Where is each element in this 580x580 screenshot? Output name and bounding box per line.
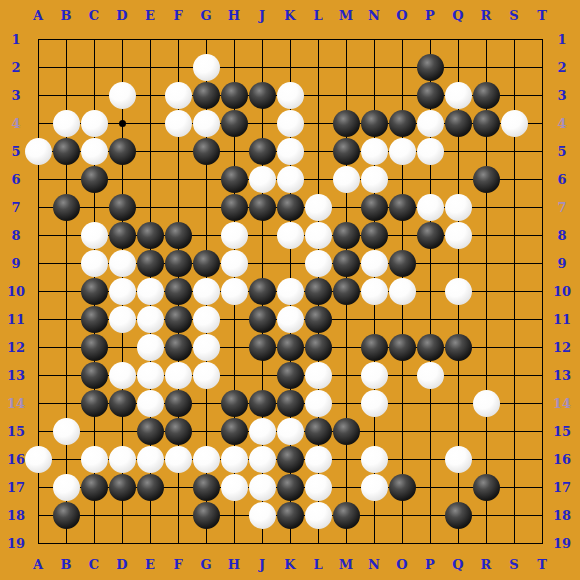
col-label-top-D: D: [116, 8, 127, 23]
stone-black-K12: [277, 334, 304, 361]
stone-black-P3: [417, 82, 444, 109]
stone-white-P13: [417, 362, 444, 389]
stone-white-N14: [361, 390, 388, 417]
row-label-right-18: 18: [553, 508, 571, 523]
col-label-top-Q: Q: [452, 8, 463, 23]
stone-black-B18: [53, 502, 80, 529]
stone-white-L7: [305, 194, 332, 221]
go-board-screenshot: AABBCCDDEEFFGGHHJJKKLLMMNNOOPPQQRRSSTT11…: [0, 0, 580, 580]
stone-black-O17: [389, 474, 416, 501]
stone-black-B7: [53, 194, 80, 221]
col-label-top-F: F: [173, 8, 182, 23]
stone-black-K13: [277, 362, 304, 389]
stone-white-J18: [249, 502, 276, 529]
stone-white-E16: [137, 446, 164, 473]
row-label-right-1: 1: [557, 32, 566, 47]
row-label-right-9: 9: [557, 256, 566, 271]
stone-black-C14: [81, 390, 108, 417]
stone-black-M18: [333, 502, 360, 529]
row-label-left-12: 12: [7, 340, 25, 355]
stone-white-L14: [305, 390, 332, 417]
stone-black-R6: [473, 166, 500, 193]
stone-white-F4: [165, 110, 192, 137]
stone-white-G13: [193, 362, 220, 389]
col-label-top-O: O: [396, 8, 407, 23]
stone-white-Q3: [445, 82, 472, 109]
col-label-bottom-M: M: [339, 557, 353, 572]
row-label-right-19: 19: [553, 536, 571, 551]
stone-white-S4: [501, 110, 528, 137]
col-label-bottom-A: A: [33, 557, 43, 572]
stone-black-K18: [277, 502, 304, 529]
stone-black-C10: [81, 278, 108, 305]
col-label-top-M: M: [339, 8, 353, 23]
stone-black-J14: [249, 390, 276, 417]
stone-black-J7: [249, 194, 276, 221]
stone-white-K4: [277, 110, 304, 137]
col-label-bottom-F: F: [173, 557, 182, 572]
stone-black-M10: [333, 278, 360, 305]
row-label-left-2: 2: [11, 60, 20, 75]
col-label-top-N: N: [368, 8, 380, 23]
stone-black-H6: [221, 166, 248, 193]
row-label-left-9: 9: [11, 256, 20, 271]
stone-white-A16: [25, 446, 52, 473]
board-hline: [38, 543, 543, 544]
stone-white-K11: [277, 306, 304, 333]
stone-black-D7: [109, 194, 136, 221]
stone-white-Q16: [445, 446, 472, 473]
stone-white-N13: [361, 362, 388, 389]
stone-white-K3: [277, 82, 304, 109]
col-label-top-C: C: [89, 8, 99, 23]
row-label-left-1: 1: [11, 32, 20, 47]
stone-white-D13: [109, 362, 136, 389]
col-label-bottom-C: C: [89, 557, 99, 572]
stone-white-G12: [193, 334, 220, 361]
stone-black-F11: [165, 306, 192, 333]
stone-white-N6: [361, 166, 388, 193]
col-label-bottom-R: R: [481, 557, 492, 572]
col-label-bottom-K: K: [284, 557, 295, 572]
stone-white-N17: [361, 474, 388, 501]
stone-black-D8: [109, 222, 136, 249]
stone-black-L12: [305, 334, 332, 361]
col-label-bottom-D: D: [116, 557, 127, 572]
stone-black-C17: [81, 474, 108, 501]
stone-black-N4: [361, 110, 388, 137]
stone-black-E17: [137, 474, 164, 501]
stone-black-J11: [249, 306, 276, 333]
stone-black-K7: [277, 194, 304, 221]
stone-white-F3: [165, 82, 192, 109]
board-vline: [542, 39, 543, 544]
row-label-left-11: 11: [7, 312, 25, 327]
stone-white-L18: [305, 502, 332, 529]
stone-black-Q12: [445, 334, 472, 361]
row-label-left-15: 15: [7, 424, 25, 439]
stone-black-D5: [109, 138, 136, 165]
col-label-bottom-P: P: [425, 557, 435, 572]
row-label-right-8: 8: [557, 228, 566, 243]
col-label-bottom-Q: Q: [452, 557, 463, 572]
stone-black-N7: [361, 194, 388, 221]
stone-black-J10: [249, 278, 276, 305]
stone-black-M4: [333, 110, 360, 137]
stone-white-B4: [53, 110, 80, 137]
stone-white-K6: [277, 166, 304, 193]
row-label-right-12: 12: [553, 340, 571, 355]
stone-black-O7: [389, 194, 416, 221]
stone-black-H7: [221, 194, 248, 221]
stone-white-N16: [361, 446, 388, 473]
stone-black-P12: [417, 334, 444, 361]
stone-white-B15: [53, 418, 80, 445]
stone-black-F15: [165, 418, 192, 445]
stone-white-G2: [193, 54, 220, 81]
row-label-right-16: 16: [553, 452, 571, 467]
stone-white-J16: [249, 446, 276, 473]
stone-black-D14: [109, 390, 136, 417]
row-label-right-7: 7: [557, 200, 566, 215]
row-label-left-3: 3: [11, 88, 20, 103]
col-label-top-A: A: [33, 8, 43, 23]
row-label-right-10: 10: [553, 284, 571, 299]
stone-black-M15: [333, 418, 360, 445]
stone-white-G16: [193, 446, 220, 473]
col-label-bottom-J: J: [259, 557, 265, 572]
stone-black-N8: [361, 222, 388, 249]
stone-black-G5: [193, 138, 220, 165]
row-label-left-4: 4: [11, 116, 20, 131]
stone-black-H3: [221, 82, 248, 109]
stone-white-L13: [305, 362, 332, 389]
col-label-top-T: T: [537, 8, 547, 23]
stone-white-E12: [137, 334, 164, 361]
col-label-top-R: R: [481, 8, 492, 23]
stone-black-C11: [81, 306, 108, 333]
col-label-bottom-O: O: [396, 557, 407, 572]
stone-black-L10: [305, 278, 332, 305]
stone-white-F13: [165, 362, 192, 389]
stone-white-H9: [221, 250, 248, 277]
stone-white-H8: [221, 222, 248, 249]
stone-white-E10: [137, 278, 164, 305]
col-label-top-J: J: [259, 8, 265, 23]
stone-black-R4: [473, 110, 500, 137]
stone-black-J3: [249, 82, 276, 109]
stone-black-E8: [137, 222, 164, 249]
stone-black-G3: [193, 82, 220, 109]
stone-white-N5: [361, 138, 388, 165]
stone-black-E15: [137, 418, 164, 445]
stone-black-N12: [361, 334, 388, 361]
stone-black-H4: [221, 110, 248, 137]
row-label-left-18: 18: [7, 508, 25, 523]
stone-black-P8: [417, 222, 444, 249]
stone-white-D3: [109, 82, 136, 109]
stone-white-P7: [417, 194, 444, 221]
stone-white-Q7: [445, 194, 472, 221]
stone-white-P4: [417, 110, 444, 137]
stone-white-A5: [25, 138, 52, 165]
col-label-top-G: G: [200, 8, 211, 23]
col-label-bottom-B: B: [61, 557, 72, 572]
row-label-left-6: 6: [11, 172, 20, 187]
col-label-bottom-T: T: [537, 557, 547, 572]
stone-white-C5: [81, 138, 108, 165]
stone-white-P5: [417, 138, 444, 165]
stone-black-F9: [165, 250, 192, 277]
stone-black-F14: [165, 390, 192, 417]
stone-black-Q4: [445, 110, 472, 137]
row-label-right-3: 3: [557, 88, 566, 103]
col-label-top-E: E: [145, 8, 155, 23]
stone-white-N9: [361, 250, 388, 277]
stone-white-L9: [305, 250, 332, 277]
stone-black-B5: [53, 138, 80, 165]
row-label-left-17: 17: [7, 480, 25, 495]
row-label-left-10: 10: [7, 284, 25, 299]
col-label-bottom-L: L: [313, 557, 322, 572]
stone-white-D11: [109, 306, 136, 333]
stone-black-P2: [417, 54, 444, 81]
stone-black-K17: [277, 474, 304, 501]
col-label-bottom-S: S: [509, 557, 518, 572]
stone-black-Q18: [445, 502, 472, 529]
stone-white-H10: [221, 278, 248, 305]
stone-white-R14: [473, 390, 500, 417]
row-label-left-8: 8: [11, 228, 20, 243]
stone-white-D9: [109, 250, 136, 277]
stone-white-D16: [109, 446, 136, 473]
star-point-D4: [119, 120, 126, 127]
stone-black-L11: [305, 306, 332, 333]
row-label-right-11: 11: [553, 312, 571, 327]
stone-black-M8: [333, 222, 360, 249]
stone-black-G17: [193, 474, 220, 501]
stone-white-K10: [277, 278, 304, 305]
stone-black-O12: [389, 334, 416, 361]
stone-black-J12: [249, 334, 276, 361]
stone-white-J15: [249, 418, 276, 445]
row-label-right-15: 15: [553, 424, 571, 439]
row-label-right-14: 14: [553, 396, 571, 411]
col-label-top-L: L: [313, 8, 322, 23]
stone-black-H14: [221, 390, 248, 417]
stone-white-G10: [193, 278, 220, 305]
stone-white-C8: [81, 222, 108, 249]
stone-white-C16: [81, 446, 108, 473]
row-label-left-14: 14: [7, 396, 25, 411]
stone-black-R17: [473, 474, 500, 501]
stone-black-E9: [137, 250, 164, 277]
stone-black-F8: [165, 222, 192, 249]
stone-black-O9: [389, 250, 416, 277]
stone-white-L17: [305, 474, 332, 501]
stone-white-H16: [221, 446, 248, 473]
col-label-top-H: H: [228, 8, 240, 23]
stone-white-K8: [277, 222, 304, 249]
stone-black-D17: [109, 474, 136, 501]
stone-black-G18: [193, 502, 220, 529]
stone-black-M5: [333, 138, 360, 165]
col-label-top-B: B: [61, 8, 72, 23]
stone-black-K16: [277, 446, 304, 473]
stone-white-Q10: [445, 278, 472, 305]
stone-black-H15: [221, 418, 248, 445]
stone-white-J6: [249, 166, 276, 193]
stone-white-G11: [193, 306, 220, 333]
stone-white-B17: [53, 474, 80, 501]
stone-black-G9: [193, 250, 220, 277]
stone-white-E11: [137, 306, 164, 333]
stone-white-K5: [277, 138, 304, 165]
stone-black-K14: [277, 390, 304, 417]
row-label-left-19: 19: [7, 536, 25, 551]
stone-black-C6: [81, 166, 108, 193]
row-label-left-13: 13: [7, 368, 25, 383]
col-label-top-K: K: [284, 8, 295, 23]
stone-white-M6: [333, 166, 360, 193]
stone-white-C9: [81, 250, 108, 277]
stone-white-K15: [277, 418, 304, 445]
stone-black-C12: [81, 334, 108, 361]
stone-white-E14: [137, 390, 164, 417]
stone-white-E13: [137, 362, 164, 389]
row-label-right-6: 6: [557, 172, 566, 187]
col-label-bottom-N: N: [368, 557, 380, 572]
col-label-bottom-G: G: [200, 557, 211, 572]
stone-white-N10: [361, 278, 388, 305]
row-label-right-17: 17: [553, 480, 571, 495]
row-label-left-7: 7: [11, 200, 20, 215]
row-label-right-2: 2: [557, 60, 566, 75]
col-label-bottom-H: H: [228, 557, 240, 572]
stone-white-D10: [109, 278, 136, 305]
row-label-right-13: 13: [553, 368, 571, 383]
row-label-right-4: 4: [557, 116, 566, 131]
col-label-top-S: S: [509, 8, 518, 23]
stone-black-C13: [81, 362, 108, 389]
row-label-left-16: 16: [7, 452, 25, 467]
stone-white-O5: [389, 138, 416, 165]
stone-black-M9: [333, 250, 360, 277]
row-label-left-5: 5: [11, 144, 20, 159]
stone-white-L16: [305, 446, 332, 473]
stone-black-F12: [165, 334, 192, 361]
stone-black-O4: [389, 110, 416, 137]
stone-black-F10: [165, 278, 192, 305]
stone-black-J5: [249, 138, 276, 165]
col-label-top-P: P: [425, 8, 435, 23]
stone-white-H17: [221, 474, 248, 501]
stone-white-O10: [389, 278, 416, 305]
stone-white-J17: [249, 474, 276, 501]
col-label-bottom-E: E: [145, 557, 155, 572]
stone-white-C4: [81, 110, 108, 137]
stone-black-R3: [473, 82, 500, 109]
stone-white-Q8: [445, 222, 472, 249]
stone-black-L15: [305, 418, 332, 445]
stone-white-L8: [305, 222, 332, 249]
row-label-right-5: 5: [557, 144, 566, 159]
stone-white-G4: [193, 110, 220, 137]
stone-white-F16: [165, 446, 192, 473]
